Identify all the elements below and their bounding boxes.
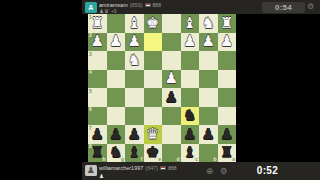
white-king-e1: ♚ — [146, 16, 159, 31]
file-label-d: d — [176, 157, 179, 162]
file-label-g: g — [121, 157, 124, 162]
square-h5[interactable]: 5 — [88, 88, 107, 107]
square-d6[interactable] — [162, 107, 181, 126]
square-d1[interactable] — [162, 14, 181, 33]
black-pawn-a7: ♟ — [220, 127, 233, 142]
white-rook-h1: ♜ — [91, 16, 104, 31]
game-screen: A amiramsam (656) 888 ♟♛ +9 0:54 ⚙ 1♜♝♚♝… — [0, 0, 320, 180]
square-f4[interactable] — [125, 70, 144, 89]
square-c1[interactable]: ♝ — [181, 14, 200, 33]
square-a7[interactable]: ♟ — [218, 125, 237, 144]
captured-white-pawn-icon: ♟ — [99, 173, 104, 179]
square-h3[interactable]: 3 — [88, 51, 107, 70]
white-knight-f3: ♞ — [128, 53, 141, 68]
rank-label-5: 5 — [89, 89, 92, 94]
rank-label-2: 2 — [89, 33, 92, 38]
square-d2[interactable] — [162, 33, 181, 52]
square-a6[interactable] — [218, 107, 237, 126]
square-e2[interactable] — [144, 33, 163, 52]
square-b2[interactable]: ♟ — [199, 33, 218, 52]
square-c3[interactable] — [181, 51, 200, 70]
settings-gear-icon[interactable]: ⚙ — [220, 167, 228, 176]
player-clock: 0:52 — [233, 165, 278, 176]
player-avatar[interactable]: ♟ — [85, 165, 97, 177]
square-a4[interactable] — [218, 70, 237, 89]
white-pawn-f2: ♟ — [128, 34, 141, 49]
square-a8[interactable]: a♜ — [218, 144, 237, 163]
square-a2[interactable]: ♟ — [218, 33, 237, 52]
square-h1[interactable]: 1♜ — [88, 14, 107, 33]
black-pawn-d5: ♟ — [165, 90, 178, 105]
square-h7[interactable]: 7♟ — [88, 125, 107, 144]
black-pawn-g7: ♟ — [109, 127, 122, 142]
square-b7[interactable]: ♟ — [199, 125, 218, 144]
opponent-flag-icon — [145, 3, 151, 7]
top-player-bar: A amiramsam (656) 888 ♟♛ +9 0:54 ⚙ — [82, 0, 320, 14]
player-username[interactable]: williamarcher1997 — [99, 165, 143, 171]
square-e3[interactable] — [144, 51, 163, 70]
square-b3[interactable] — [199, 51, 218, 70]
chess-board[interactable]: 1♜♝♚♝♞♜2♟♟♟♟♟♟3♞4♟5♟6♞7♟♟♟♛♟♟♟8h♜g♞f♝e♚d… — [88, 14, 236, 162]
bottom-player-bar: ♟ williamarcher1997 (647) 888 ♟ ⊕ ⚙ 0:52 — [82, 162, 320, 180]
white-queen-e7: ♛ — [146, 127, 159, 142]
square-d7[interactable] — [162, 125, 181, 144]
square-g4[interactable] — [107, 70, 126, 89]
square-e7[interactable]: ♛ — [144, 125, 163, 144]
square-f5[interactable] — [125, 88, 144, 107]
square-c7[interactable]: ♟ — [181, 125, 200, 144]
square-e1[interactable]: ♚ — [144, 14, 163, 33]
opponent-avatar[interactable]: A — [85, 2, 97, 14]
white-pawn-h2: ♟ — [91, 34, 104, 49]
square-g8[interactable]: g♞ — [107, 144, 126, 163]
file-label-b: b — [213, 157, 216, 162]
square-d3[interactable] — [162, 51, 181, 70]
black-pawn-c7: ♟ — [183, 127, 196, 142]
square-h2[interactable]: 2♟ — [88, 33, 107, 52]
captured-piece-icons: ♟ — [99, 173, 104, 179]
file-label-c: c — [195, 157, 198, 162]
square-a1[interactable]: ♜ — [218, 14, 237, 33]
square-b1[interactable]: ♞ — [199, 14, 218, 33]
square-g1[interactable] — [107, 14, 126, 33]
square-f1[interactable]: ♝ — [125, 14, 144, 33]
square-b4[interactable] — [199, 70, 218, 89]
white-pawn-a2: ♟ — [220, 34, 233, 49]
square-d5[interactable]: ♟ — [162, 88, 181, 107]
square-f6[interactable] — [125, 107, 144, 126]
black-knight-c6: ♞ — [183, 108, 196, 123]
square-h6[interactable]: 6 — [88, 107, 107, 126]
square-h8[interactable]: 8h♜ — [88, 144, 107, 163]
square-a3[interactable] — [218, 51, 237, 70]
file-label-a: a — [232, 157, 235, 162]
player-flair: 888 — [168, 165, 176, 171]
square-g7[interactable]: ♟ — [107, 125, 126, 144]
white-pawn-g2: ♟ — [109, 34, 122, 49]
square-f2[interactable]: ♟ — [125, 33, 144, 52]
rank-label-6: 6 — [89, 107, 92, 112]
white-bishop-c1: ♝ — [183, 16, 196, 31]
black-bishop-f8: ♝ — [128, 145, 141, 160]
player-rating: (647) — [145, 165, 158, 171]
file-label-h: h — [102, 157, 105, 162]
opponent-flair: 888 — [153, 2, 161, 8]
opponent-rating: (656) — [130, 2, 143, 8]
square-c8[interactable]: c♝ — [181, 144, 200, 163]
square-d8[interactable]: d — [162, 144, 181, 163]
opponent-clock: 0:54 — [262, 2, 305, 13]
square-g6[interactable] — [107, 107, 126, 126]
square-e5[interactable] — [144, 88, 163, 107]
square-e4[interactable] — [144, 70, 163, 89]
black-pawn-b7: ♟ — [202, 127, 215, 142]
rank-label-7: 7 — [89, 126, 92, 131]
rank-label-1: 1 — [89, 15, 92, 20]
square-g2[interactable]: ♟ — [107, 33, 126, 52]
black-pawn-h7: ♟ — [91, 127, 104, 142]
square-f3[interactable]: ♞ — [125, 51, 144, 70]
white-pawn-b2: ♟ — [202, 34, 215, 49]
player-flag-icon — [160, 166, 166, 170]
square-f7[interactable]: ♟ — [125, 125, 144, 144]
white-rook-a1: ♜ — [220, 16, 233, 31]
file-label-e: e — [158, 157, 161, 162]
square-g5[interactable] — [107, 88, 126, 107]
square-c4[interactable] — [181, 70, 200, 89]
white-pawn-d4: ♟ — [165, 71, 178, 86]
square-g3[interactable] — [107, 51, 126, 70]
square-b6[interactable] — [199, 107, 218, 126]
square-f8[interactable]: f♝ — [125, 144, 144, 163]
black-pawn-f7: ♟ — [128, 127, 141, 142]
rank-label-4: 4 — [89, 70, 92, 75]
square-b8[interactable]: b — [199, 144, 218, 163]
white-knight-b1: ♞ — [202, 16, 215, 31]
square-e8[interactable]: e♚ — [144, 144, 163, 163]
white-pawn-c2: ♟ — [183, 34, 196, 49]
file-label-f: f — [141, 157, 143, 162]
player-name-line[interactable]: williamarcher1997 (647) 888 — [99, 165, 177, 171]
square-c6[interactable]: ♞ — [181, 107, 200, 126]
square-b5[interactable] — [199, 88, 218, 107]
rank-label-8: 8 — [89, 144, 92, 149]
square-c2[interactable]: ♟ — [181, 33, 200, 52]
settings-gear-icon[interactable]: ⚙ — [307, 3, 314, 11]
square-a5[interactable] — [218, 88, 237, 107]
plus-circle-icon[interactable]: ⊕ — [206, 167, 213, 176]
square-e6[interactable] — [144, 107, 163, 126]
white-bishop-f1: ♝ — [128, 16, 141, 31]
rank-label-3: 3 — [89, 52, 92, 57]
square-c5[interactable] — [181, 88, 200, 107]
square-h4[interactable]: 4 — [88, 70, 107, 89]
square-d4[interactable]: ♟ — [162, 70, 181, 89]
player-captured-pieces: ♟ — [99, 173, 104, 179]
